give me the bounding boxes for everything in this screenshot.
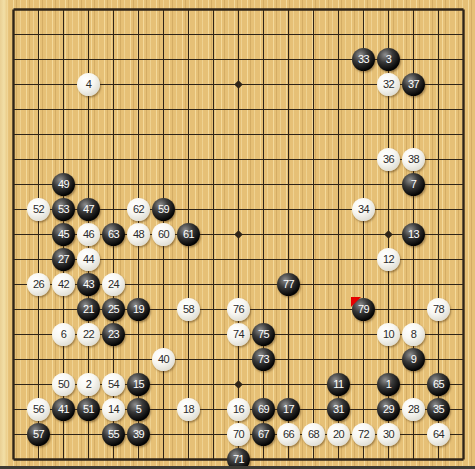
white-stone-70: 70: [227, 423, 250, 446]
black-stone-37: 37: [402, 73, 425, 96]
white-stone-58: 58: [177, 298, 200, 321]
black-stone-5: 5: [127, 398, 150, 421]
black-stone-77: 77: [277, 273, 300, 296]
black-stone-53: 53: [52, 198, 75, 221]
black-stone-17: 17: [277, 398, 300, 421]
white-stone-60: 60: [152, 223, 175, 246]
white-stone-26: 26: [27, 273, 50, 296]
black-stone-51: 51: [77, 398, 100, 421]
white-stone-76: 76: [227, 298, 250, 321]
white-stone-44: 44: [77, 248, 100, 271]
black-stone-13: 13: [402, 223, 425, 246]
last-move-marker: [351, 297, 361, 307]
white-stone-62: 62: [127, 198, 150, 221]
white-stone-74: 74: [227, 323, 250, 346]
white-stone-78: 78: [427, 298, 450, 321]
star-point: [384, 230, 392, 238]
white-stone-30: 30: [377, 423, 400, 446]
white-stone-16: 16: [227, 398, 250, 421]
black-stone-41: 41: [52, 398, 75, 421]
white-stone-12: 12: [377, 248, 400, 271]
white-stone-72: 72: [352, 423, 375, 446]
white-stone-10: 10: [377, 323, 400, 346]
black-stone-65: 65: [427, 373, 450, 396]
white-stone-24: 24: [102, 273, 125, 296]
white-stone-18: 18: [177, 398, 200, 421]
black-stone-49: 49: [52, 173, 75, 196]
black-stone-1: 1: [377, 373, 400, 396]
black-stone-57: 57: [27, 423, 50, 446]
black-stone-27: 27: [52, 248, 75, 271]
white-stone-40: 40: [152, 348, 175, 371]
white-stone-64: 64: [427, 423, 450, 446]
black-stone-7: 7: [402, 173, 425, 196]
black-stone-73: 73: [252, 348, 275, 371]
white-stone-2: 2: [77, 373, 100, 396]
black-stone-23: 23: [102, 323, 125, 346]
star-point: [234, 380, 242, 388]
black-stone-69: 69: [252, 398, 275, 421]
white-stone-32: 32: [377, 73, 400, 96]
black-stone-31: 31: [327, 398, 350, 421]
white-stone-52: 52: [27, 198, 50, 221]
black-stone-43: 43: [77, 273, 100, 296]
black-stone-25: 25: [102, 298, 125, 321]
go-board-page: 1234567891011121314151617181920212223242…: [0, 0, 475, 469]
white-stone-4: 4: [77, 73, 100, 96]
black-stone-59: 59: [152, 198, 175, 221]
black-stone-63: 63: [102, 223, 125, 246]
black-stone-39: 39: [127, 423, 150, 446]
white-stone-8: 8: [402, 323, 425, 346]
white-stone-50: 50: [52, 373, 75, 396]
white-stone-48: 48: [127, 223, 150, 246]
star-point: [234, 80, 242, 88]
black-stone-19: 19: [127, 298, 150, 321]
white-stone-22: 22: [77, 323, 100, 346]
black-stone-21: 21: [77, 298, 100, 321]
black-stone-67: 67: [252, 423, 275, 446]
white-stone-6: 6: [52, 323, 75, 346]
black-stone-11: 11: [327, 373, 350, 396]
black-stone-55: 55: [102, 423, 125, 446]
white-stone-68: 68: [302, 423, 325, 446]
white-stone-66: 66: [277, 423, 300, 446]
white-stone-20: 20: [327, 423, 350, 446]
white-stone-46: 46: [77, 223, 100, 246]
black-stone-75: 75: [252, 323, 275, 346]
black-stone-45: 45: [52, 223, 75, 246]
white-stone-54: 54: [102, 373, 125, 396]
star-point: [234, 230, 242, 238]
black-stone-47: 47: [77, 198, 100, 221]
black-stone-33: 33: [352, 48, 375, 71]
white-stone-42: 42: [52, 273, 75, 296]
black-stone-29: 29: [377, 398, 400, 421]
white-stone-56: 56: [27, 398, 50, 421]
black-stone-9: 9: [402, 348, 425, 371]
white-stone-36: 36: [377, 148, 400, 171]
black-stone-61: 61: [177, 223, 200, 246]
black-stone-35: 35: [427, 398, 450, 421]
white-stone-38: 38: [402, 148, 425, 171]
black-stone-79: 79: [352, 298, 375, 321]
white-stone-28: 28: [402, 398, 425, 421]
white-stone-34: 34: [352, 198, 375, 221]
black-stone-15: 15: [127, 373, 150, 396]
black-stone-3: 3: [377, 48, 400, 71]
white-stone-14: 14: [102, 398, 125, 421]
